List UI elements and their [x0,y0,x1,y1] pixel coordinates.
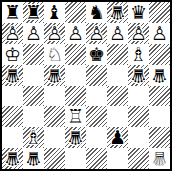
square-f6[interactable] [107,44,128,65]
square-e1[interactable] [86,148,107,169]
black-bishop-icon[interactable]: ♝ [44,2,65,23]
square-g1[interactable] [128,148,149,169]
square-c3[interactable] [44,106,65,127]
black-grasshopper-icon[interactable]: ♛ [128,65,149,86]
square-g5[interactable]: ♛♛ [128,65,149,86]
square-b6[interactable] [23,44,44,65]
black-rook-icon[interactable]: ♜ [2,2,23,23]
square-f2[interactable]: ♟♟ [107,127,128,148]
square-g4[interactable] [128,86,149,107]
square-a6[interactable]: ♚♔ [2,44,23,65]
square-b7[interactable]: ♟♙ [23,23,44,44]
square-b8[interactable]: ♜♜ [23,2,44,23]
square-b5[interactable] [23,65,44,86]
white-pawn-icon[interactable]: ♙ [65,23,86,44]
piece-halo: ♛ [44,65,65,86]
black-knight-icon[interactable]: ♞ [86,2,107,23]
square-e8[interactable]: ♞♞ [86,2,107,23]
square-c7[interactable]: ♟♙ [44,23,65,44]
white-pawn-icon[interactable]: ♙ [149,23,170,44]
square-f7[interactable]: ♟♙ [107,23,128,44]
square-b4[interactable] [23,86,44,107]
piece-halo: ♛ [23,148,44,169]
square-f3[interactable] [107,106,128,127]
piece-halo: ♞ [86,2,107,23]
square-f1[interactable] [107,148,128,169]
piece-halo: ♛ [2,148,23,169]
black-grasshopper-icon[interactable]: ♛ [2,148,23,169]
piece-halo: ♜ [2,2,23,23]
square-b3[interactable] [23,106,44,127]
square-d7[interactable]: ♟♙ [65,23,86,44]
black-grasshopper-icon[interactable]: ♛ [65,127,86,148]
square-c6[interactable]: ♞♘ [44,44,65,65]
black-rook-icon[interactable]: ♜ [23,2,44,23]
white-rook-icon[interactable]: ♖ [65,106,86,127]
square-a5[interactable]: ♛♛ [2,65,23,86]
square-e7[interactable]: ♟♙ [86,23,107,44]
square-a7[interactable]: ♟♙ [2,23,23,44]
square-d5[interactable] [65,65,86,86]
white-pawn-icon[interactable]: ♙ [44,23,65,44]
square-h8[interactable] [149,2,170,23]
chess-diagram: ♜♜♜♜♝♝♞♞♛♛♛♛♟♙♟♙♟♙♟♙♟♙♟♙♟♙♟♙♚♔♞♘♚♚♝♗♛♛♛♛… [0,0,172,171]
white-pawn-icon[interactable]: ♙ [107,23,128,44]
piece-halo: ♟ [107,127,128,148]
piece-halo: ♞ [44,44,65,65]
square-f4[interactable] [107,86,128,107]
square-c5[interactable]: ♛♛ [44,65,65,86]
square-d3[interactable]: ♜♖ [65,106,86,127]
white-bishop-icon[interactable]: ♗ [128,44,149,65]
black-grasshopper-icon[interactable]: ♛ [2,65,23,86]
square-a4[interactable] [2,86,23,107]
white-grasshopper-icon[interactable]: ♕ [149,148,170,169]
piece-halo: ♚ [86,44,107,65]
piece-halo: ♟ [2,23,23,44]
piece-halo: ♛ [107,2,128,23]
square-g6[interactable]: ♝♗ [128,44,149,65]
square-h7[interactable]: ♟♙ [149,23,170,44]
piece-halo: ♛ [2,65,23,86]
square-f8[interactable]: ♛♛ [107,2,128,23]
piece-halo: ♟ [86,23,107,44]
white-king-icon[interactable]: ♔ [2,44,23,65]
piece-halo: ♚ [2,44,23,65]
piece-halo: ♜ [23,2,44,23]
square-f5[interactable] [107,65,128,86]
black-pawn-icon[interactable]: ♟ [107,127,128,148]
square-d4[interactable] [65,86,86,107]
square-g2[interactable] [128,127,149,148]
square-a2[interactable] [2,127,23,148]
white-pawn-icon[interactable]: ♙ [23,23,44,44]
square-h5[interactable]: ♛♛ [149,65,170,86]
piece-halo: ♛ [128,65,149,86]
square-g7[interactable]: ♟♙ [128,23,149,44]
square-b2[interactable]: ♝♗ [23,127,44,148]
black-grasshopper-icon[interactable]: ♛ [44,65,65,86]
black-grasshopper-icon[interactable]: ♛ [23,148,44,169]
piece-halo: ♛ [149,65,170,86]
square-a3[interactable] [2,106,23,127]
square-h3[interactable] [149,106,170,127]
piece-halo: ♟ [107,23,128,44]
square-c8[interactable]: ♝♝ [44,2,65,23]
piece-halo: ♟ [149,23,170,44]
square-g8[interactable]: ♛♛ [128,2,149,23]
square-d1[interactable] [65,148,86,169]
black-king-icon[interactable]: ♚ [86,44,107,65]
piece-halo: ♛ [149,148,170,169]
square-a1[interactable]: ♛♛ [2,148,23,169]
black-grasshopper-icon[interactable]: ♛ [149,65,170,86]
square-a8[interactable]: ♜♜ [2,2,23,23]
white-bishop-icon[interactable]: ♗ [23,127,44,148]
piece-halo: ♟ [128,23,149,44]
piece-halo: ♟ [44,23,65,44]
piece-halo: ♜ [65,106,86,127]
square-e4[interactable] [86,86,107,107]
piece-halo: ♝ [23,127,44,148]
square-h4[interactable] [149,86,170,107]
square-d6[interactable] [65,44,86,65]
black-grasshopper-icon[interactable]: ♛ [107,2,128,23]
black-queen-icon[interactable]: ♛ [128,2,149,23]
white-knight-icon[interactable]: ♘ [44,44,65,65]
square-g3[interactable] [128,106,149,127]
square-c2[interactable] [44,127,65,148]
square-c1[interactable] [44,148,65,169]
piece-halo: ♟ [23,23,44,44]
square-h6[interactable] [149,44,170,65]
square-h2[interactable] [149,127,170,148]
piece-halo: ♝ [44,2,65,23]
chess-board: ♜♜♜♜♝♝♞♞♛♛♛♛♟♙♟♙♟♙♟♙♟♙♟♙♟♙♟♙♚♔♞♘♚♚♝♗♛♛♛♛… [0,0,172,171]
white-pawn-icon[interactable]: ♙ [86,23,107,44]
white-pawn-icon[interactable]: ♙ [128,23,149,44]
square-e2[interactable] [86,127,107,148]
square-h1[interactable]: ♛♕ [149,148,170,169]
white-pawn-icon[interactable]: ♙ [2,23,23,44]
square-e5[interactable] [86,65,107,86]
piece-halo: ♟ [65,23,86,44]
square-e6[interactable]: ♚♚ [86,44,107,65]
square-e3[interactable] [86,106,107,127]
square-b1[interactable]: ♛♛ [23,148,44,169]
piece-halo: ♝ [128,44,149,65]
square-d2[interactable]: ♛♛ [65,127,86,148]
piece-halo: ♛ [65,127,86,148]
square-c4[interactable] [44,86,65,107]
square-d8[interactable] [65,2,86,23]
piece-halo: ♛ [128,2,149,23]
